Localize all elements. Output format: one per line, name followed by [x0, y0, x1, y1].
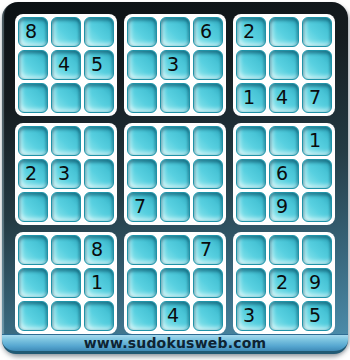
given-number: 6	[276, 164, 288, 183]
cell-r4c7[interactable]	[236, 126, 266, 156]
cell-r6c9[interactable]	[302, 192, 332, 222]
cell-r4c4[interactable]	[127, 126, 157, 156]
cell-r7c1[interactable]	[18, 235, 48, 265]
cell-r6c7[interactable]	[236, 192, 266, 222]
cell-r3c8[interactable]: 4	[269, 83, 299, 113]
cell-r2c3[interactable]: 5	[84, 50, 114, 80]
cell-r4c8[interactable]	[269, 126, 299, 156]
cell-r5c7[interactable]	[236, 159, 266, 189]
given-number: 4	[276, 88, 288, 107]
cell-r4c2[interactable]	[51, 126, 81, 156]
cell-r1c9[interactable]	[302, 17, 332, 47]
cell-r1c7[interactable]: 2	[236, 17, 266, 47]
cell-r6c3[interactable]	[84, 192, 114, 222]
footer-bar: www.sudokusweb.com	[2, 334, 348, 354]
given-number: 2	[243, 22, 255, 41]
cell-r8c5[interactable]	[160, 268, 190, 298]
given-number: 9	[276, 197, 288, 216]
cell-r1c6[interactable]: 6	[193, 17, 223, 47]
given-number: 3	[167, 55, 179, 74]
cell-r9c5[interactable]: 4	[160, 301, 190, 331]
cell-r3c5[interactable]	[160, 83, 190, 113]
cell-r7c6[interactable]: 7	[193, 235, 223, 265]
cell-r9c2[interactable]	[51, 301, 81, 331]
box-3-3: 2935	[233, 232, 335, 334]
cell-r1c4[interactable]	[127, 17, 157, 47]
cell-r2c8[interactable]	[269, 50, 299, 80]
given-number: 3	[243, 306, 255, 325]
cell-r4c3[interactable]	[84, 126, 114, 156]
cell-r3c3[interactable]	[84, 83, 114, 113]
given-number: 2	[276, 273, 288, 292]
cell-r4c5[interactable]	[160, 126, 190, 156]
cell-r7c3[interactable]: 8	[84, 235, 114, 265]
given-number: 1	[243, 88, 255, 107]
cell-r6c1[interactable]	[18, 192, 48, 222]
cell-r1c2[interactable]	[51, 17, 81, 47]
cell-r3c6[interactable]	[193, 83, 223, 113]
cell-r9c1[interactable]	[18, 301, 48, 331]
cell-r4c6[interactable]	[193, 126, 223, 156]
cell-r5c3[interactable]	[84, 159, 114, 189]
given-number: 1	[91, 273, 103, 292]
box-3-2: 74	[124, 232, 226, 334]
cell-r3c7[interactable]: 1	[236, 83, 266, 113]
cell-r3c2[interactable]	[51, 83, 81, 113]
cell-r4c9[interactable]: 1	[302, 126, 332, 156]
cell-r5c1[interactable]: 2	[18, 159, 48, 189]
given-number: 4	[167, 306, 179, 325]
cell-r2c1[interactable]	[18, 50, 48, 80]
box-1-2: 63	[124, 14, 226, 116]
cell-r9c9[interactable]: 5	[302, 301, 332, 331]
cell-r2c7[interactable]	[236, 50, 266, 80]
cell-r2c6[interactable]	[193, 50, 223, 80]
cell-r6c2[interactable]	[51, 192, 81, 222]
cell-r1c1[interactable]: 8	[18, 17, 48, 47]
cell-r7c4[interactable]	[127, 235, 157, 265]
given-number: 1	[309, 131, 321, 150]
sudoku-puzzle-frame: 84563214723716981742935 www.sudokusweb.c…	[2, 2, 348, 353]
cell-r7c7[interactable]	[236, 235, 266, 265]
given-number: 9	[309, 273, 321, 292]
cell-r5c6[interactable]	[193, 159, 223, 189]
cell-r6c8[interactable]: 9	[269, 192, 299, 222]
cell-r5c9[interactable]	[302, 159, 332, 189]
sudoku-board: 84563214723716981742935	[15, 14, 335, 334]
cell-r5c8[interactable]: 6	[269, 159, 299, 189]
cell-r3c1[interactable]	[18, 83, 48, 113]
cell-r1c8[interactable]	[269, 17, 299, 47]
given-number: 2	[25, 164, 37, 183]
cell-r4c1[interactable]	[18, 126, 48, 156]
cell-r9c3[interactable]	[84, 301, 114, 331]
cell-r8c4[interactable]	[127, 268, 157, 298]
cell-r6c5[interactable]	[160, 192, 190, 222]
cell-r1c3[interactable]	[84, 17, 114, 47]
cell-r8c7[interactable]	[236, 268, 266, 298]
cell-r6c4[interactable]: 7	[127, 192, 157, 222]
cell-r3c9[interactable]: 7	[302, 83, 332, 113]
cell-r9c7[interactable]: 3	[236, 301, 266, 331]
cell-r9c8[interactable]	[269, 301, 299, 331]
box-1-3: 2147	[233, 14, 335, 116]
cell-r7c2[interactable]	[51, 235, 81, 265]
given-number: 7	[134, 197, 146, 216]
cell-r2c5[interactable]: 3	[160, 50, 190, 80]
cell-r5c2[interactable]: 3	[51, 159, 81, 189]
cell-r5c4[interactable]	[127, 159, 157, 189]
cell-r7c9[interactable]	[302, 235, 332, 265]
cell-r8c1[interactable]	[18, 268, 48, 298]
box-2-2: 7	[124, 123, 226, 225]
box-1-1: 845	[15, 14, 117, 116]
given-number: 8	[91, 240, 103, 259]
cell-r8c9[interactable]: 9	[302, 268, 332, 298]
cell-r2c4[interactable]	[127, 50, 157, 80]
cell-r8c6[interactable]	[193, 268, 223, 298]
cell-r9c6[interactable]	[193, 301, 223, 331]
given-number: 5	[91, 55, 103, 74]
cell-r3c4[interactable]	[127, 83, 157, 113]
cell-r9c4[interactable]	[127, 301, 157, 331]
cell-r7c8[interactable]	[269, 235, 299, 265]
website-url-label: www.sudokusweb.com	[84, 335, 267, 351]
given-number: 5	[309, 306, 321, 325]
box-2-3: 169	[233, 123, 335, 225]
cell-r1c5[interactable]	[160, 17, 190, 47]
cell-r5c5[interactable]	[160, 159, 190, 189]
cell-r8c2[interactable]	[51, 268, 81, 298]
cell-r8c8[interactable]: 2	[269, 268, 299, 298]
box-3-1: 81	[15, 232, 117, 334]
cell-r8c3[interactable]: 1	[84, 268, 114, 298]
cell-r6c6[interactable]	[193, 192, 223, 222]
given-number: 8	[25, 22, 37, 41]
cell-r7c5[interactable]	[160, 235, 190, 265]
given-number: 4	[58, 55, 70, 74]
given-number: 7	[200, 240, 212, 259]
box-2-1: 23	[15, 123, 117, 225]
given-number: 3	[58, 164, 70, 183]
cell-r2c2[interactable]: 4	[51, 50, 81, 80]
given-number: 7	[309, 88, 321, 107]
cell-r2c9[interactable]	[302, 50, 332, 80]
given-number: 6	[200, 22, 212, 41]
